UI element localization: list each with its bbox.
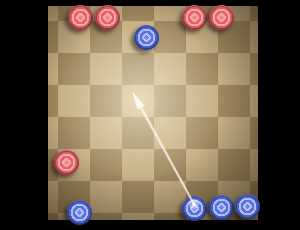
- red-piece[interactable]: [209, 5, 234, 30]
- red-piece[interactable]: [95, 5, 120, 30]
- game-screen: [0, 0, 300, 230]
- blue-piece[interactable]: [67, 200, 92, 225]
- blue-piece[interactable]: [209, 195, 234, 220]
- blue-piece[interactable]: [134, 25, 159, 50]
- red-piece[interactable]: [68, 5, 93, 30]
- blue-piece[interactable]: [182, 196, 207, 221]
- blue-piece[interactable]: [235, 194, 260, 219]
- red-piece[interactable]: [54, 150, 79, 175]
- pieces-layer: [0, 0, 300, 230]
- red-piece[interactable]: [182, 5, 207, 30]
